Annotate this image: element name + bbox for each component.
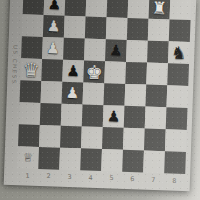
square-c7r0	[170, 0, 192, 20]
square-c5r2	[126, 40, 148, 63]
coordinate-label-1: 1	[17, 169, 38, 184]
square-c7r7	[164, 151, 186, 174]
black-pawn: ♟	[44, 0, 66, 16]
square-c3r4	[83, 82, 105, 105]
white-pawn: ♟	[42, 37, 64, 60]
square-c4r6	[102, 127, 124, 150]
square-c3r6	[81, 126, 103, 149]
square-c0r1	[22, 14, 44, 37]
square-c3r1	[85, 16, 107, 39]
white-queen: ♛	[20, 58, 42, 81]
square-c2r4: ♟	[62, 82, 84, 105]
square-c0r2	[21, 36, 43, 59]
square-c4r3	[104, 61, 126, 84]
white-rook: ♜	[149, 0, 171, 19]
square-c6r1	[148, 19, 170, 42]
square-c6r4	[146, 85, 168, 108]
square-c6r0: ♜	[149, 0, 171, 19]
square-c5r6	[123, 128, 145, 151]
square-c4r4	[104, 83, 126, 106]
square-c0r5	[19, 102, 41, 125]
white-king: ♚	[83, 60, 105, 83]
square-c5r0	[128, 0, 150, 19]
square-c5r1	[127, 18, 149, 41]
square-c6r6	[144, 129, 166, 152]
square-c3r7	[80, 148, 102, 171]
square-c0r0	[23, 0, 45, 15]
black-pawn: ♟	[103, 105, 125, 128]
square-c1r5	[40, 103, 62, 126]
coordinate-label-4: 4	[80, 171, 101, 186]
square-c4r0	[107, 0, 129, 18]
square-c2r2	[63, 38, 85, 61]
coordinate-label-2: 2	[38, 169, 59, 184]
square-c6r5	[145, 107, 167, 130]
square-c0r3: ♛	[20, 58, 42, 81]
white-pawn: ♟	[43, 15, 65, 38]
square-c4r2: ♟	[105, 39, 127, 62]
square-c2r1	[64, 16, 86, 39]
square-c0r4	[20, 80, 42, 103]
square-c6r3	[146, 63, 168, 86]
square-c1r3	[41, 59, 63, 82]
board-grid: ♟♜♟♟♟♞♛♟♚♟♟	[17, 0, 191, 174]
square-c3r0	[86, 0, 108, 17]
square-c5r3	[125, 62, 147, 85]
coordinate-label-3: 3	[59, 170, 80, 185]
square-c1r1: ♟	[43, 15, 65, 38]
square-c7r6	[165, 129, 187, 152]
square-c2r0	[65, 0, 87, 16]
square-c4r7	[101, 149, 123, 172]
square-c0r6	[18, 124, 40, 147]
square-c5r7	[122, 150, 144, 173]
square-c2r3: ♟	[62, 60, 84, 83]
square-c4r5: ♟	[103, 105, 125, 128]
square-c1r7	[38, 147, 60, 170]
coordinate-label-6: 6	[122, 172, 143, 187]
square-c5r5	[124, 106, 146, 129]
coordinate-label-5: 5	[101, 171, 122, 186]
chess-board: ♟♜♟♟♟♞♛♟♚♟♟ ♕ US CHESS 12345678	[4, 0, 197, 191]
square-c2r6	[60, 126, 82, 149]
square-c1r2: ♟	[42, 37, 64, 60]
white-pawn: ♟	[62, 82, 84, 105]
square-c1r4	[41, 81, 63, 104]
coordinate-label-7: 7	[143, 173, 164, 188]
square-c1r0: ♟	[44, 0, 66, 16]
square-c1r6	[39, 125, 61, 148]
square-c7r4	[166, 85, 188, 108]
square-c2r5	[61, 104, 83, 127]
square-c7r3	[167, 63, 189, 86]
square-c5r4	[125, 84, 147, 107]
square-c4r1	[106, 17, 128, 40]
square-c3r5	[82, 104, 104, 127]
square-c2r7	[59, 148, 81, 171]
square-c6r2	[147, 41, 169, 64]
square-c3r2	[84, 38, 106, 61]
square-c7r1	[169, 19, 191, 42]
black-pawn: ♟	[62, 60, 84, 83]
square-c7r5	[166, 107, 188, 130]
square-c3r3: ♚	[83, 60, 105, 83]
brand-crown-logo-icon: ♕	[17, 146, 39, 169]
black-pawn: ♟	[105, 39, 127, 62]
black-knight: ♞	[168, 41, 190, 64]
coordinate-label-8: 8	[164, 174, 185, 189]
square-c6r7	[143, 151, 165, 174]
photo-background: ♟♜♟♟♟♞♛♟♚♟♟ ♕ US CHESS 12345678	[0, 0, 200, 200]
square-c7r2: ♞	[168, 41, 190, 64]
